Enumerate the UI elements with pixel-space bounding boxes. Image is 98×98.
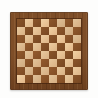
board-square[interactable]: [49, 67, 57, 75]
board-square[interactable]: [17, 35, 25, 43]
board-square[interactable]: [73, 75, 81, 83]
board-square[interactable]: [57, 51, 65, 59]
board-square[interactable]: [57, 27, 65, 35]
board-square[interactable]: [73, 19, 81, 27]
board-square[interactable]: [57, 75, 65, 83]
board-square[interactable]: [65, 19, 73, 27]
board-square[interactable]: [41, 51, 49, 59]
board-square[interactable]: [25, 51, 33, 59]
board-square[interactable]: [73, 67, 81, 75]
board-square[interactable]: [33, 67, 41, 75]
board-square[interactable]: [25, 35, 33, 43]
board-square[interactable]: [17, 75, 25, 83]
board-square[interactable]: [73, 35, 81, 43]
board-square[interactable]: [41, 59, 49, 67]
board-square[interactable]: [65, 67, 73, 75]
board-square[interactable]: [17, 43, 25, 51]
board-square[interactable]: [25, 67, 33, 75]
board-square[interactable]: [49, 59, 57, 67]
board-square[interactable]: [49, 19, 57, 27]
board-square[interactable]: [73, 27, 81, 35]
board-square[interactable]: [49, 75, 57, 83]
board-square[interactable]: [73, 59, 81, 67]
board-square[interactable]: [33, 19, 41, 27]
board-square[interactable]: [25, 59, 33, 67]
board-square[interactable]: [17, 59, 25, 67]
board-square[interactable]: [41, 75, 49, 83]
board-square[interactable]: [41, 67, 49, 75]
board-square[interactable]: [33, 59, 41, 67]
board-square[interactable]: [25, 43, 33, 51]
chess-board-frame: [10, 12, 88, 90]
board-square[interactable]: [33, 27, 41, 35]
board-square[interactable]: [65, 35, 73, 43]
board-square[interactable]: [65, 51, 73, 59]
board-square[interactable]: [65, 27, 73, 35]
board-square[interactable]: [41, 19, 49, 27]
chess-board: [17, 19, 81, 83]
board-square[interactable]: [57, 35, 65, 43]
board-square[interactable]: [65, 43, 73, 51]
board-square[interactable]: [41, 43, 49, 51]
board-square[interactable]: [41, 27, 49, 35]
board-square[interactable]: [17, 19, 25, 27]
board-square[interactable]: [57, 59, 65, 67]
board-square[interactable]: [49, 35, 57, 43]
board-square[interactable]: [57, 67, 65, 75]
board-square[interactable]: [73, 43, 81, 51]
board-square[interactable]: [33, 43, 41, 51]
board-square[interactable]: [49, 51, 57, 59]
board-square[interactable]: [49, 43, 57, 51]
board-square[interactable]: [73, 51, 81, 59]
board-square[interactable]: [57, 19, 65, 27]
board-square[interactable]: [17, 27, 25, 35]
board-square[interactable]: [57, 43, 65, 51]
board-square[interactable]: [17, 51, 25, 59]
board-square[interactable]: [65, 75, 73, 83]
board-square[interactable]: [33, 35, 41, 43]
board-square[interactable]: [17, 67, 25, 75]
board-square[interactable]: [25, 19, 33, 27]
board-square[interactable]: [65, 59, 73, 67]
board-square[interactable]: [49, 27, 57, 35]
board-square[interactable]: [25, 75, 33, 83]
photo-background: [0, 0, 98, 98]
board-square[interactable]: [33, 75, 41, 83]
board-square[interactable]: [25, 27, 33, 35]
board-square[interactable]: [33, 51, 41, 59]
board-square[interactable]: [41, 35, 49, 43]
